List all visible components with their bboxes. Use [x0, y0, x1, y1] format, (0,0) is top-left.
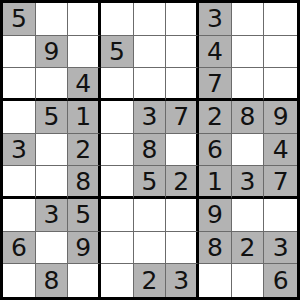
sudoku-given-cell-r5c3: 2 [68, 134, 101, 167]
sudoku-empty-cell-r3c4[interactable] [101, 68, 134, 101]
sudoku-empty-cell-r6c4[interactable] [101, 166, 134, 199]
sudoku-empty-cell-r9c8[interactable] [232, 264, 265, 297]
sudoku-given-cell-r8c8: 2 [232, 232, 265, 265]
sudoku-empty-cell-r7c6[interactable] [166, 199, 199, 232]
sudoku-given-cell-r7c7: 9 [199, 199, 232, 232]
sudoku-empty-cell-r3c2[interactable] [36, 68, 69, 101]
sudoku-given-cell-r2c4: 5 [101, 36, 134, 69]
sudoku-empty-cell-r8c5[interactable] [134, 232, 167, 265]
sudoku-given-cell-r6c8: 3 [232, 166, 265, 199]
sudoku-empty-cell-r5c4[interactable] [101, 134, 134, 167]
sudoku-empty-cell-r1c9[interactable] [264, 3, 297, 36]
sudoku-empty-cell-r5c6[interactable] [166, 134, 199, 167]
sudoku-given-cell-r6c3: 8 [68, 166, 101, 199]
sudoku-empty-cell-r7c5[interactable] [134, 199, 167, 232]
sudoku-given-cell-r4c6: 7 [166, 101, 199, 134]
sudoku-empty-cell-r8c2[interactable] [36, 232, 69, 265]
sudoku-empty-cell-r2c9[interactable] [264, 36, 297, 69]
sudoku-empty-cell-r1c5[interactable] [134, 3, 167, 36]
sudoku-empty-cell-r9c3[interactable] [68, 264, 101, 297]
sudoku-empty-cell-r7c9[interactable] [264, 199, 297, 232]
sudoku-given-cell-r7c2: 3 [36, 199, 69, 232]
sudoku-given-cell-r6c9: 7 [264, 166, 297, 199]
sudoku-given-cell-r4c3: 1 [68, 101, 101, 134]
sudoku-given-cell-r9c9: 6 [264, 264, 297, 297]
sudoku-empty-cell-r9c7[interactable] [199, 264, 232, 297]
sudoku-empty-cell-r2c5[interactable] [134, 36, 167, 69]
sudoku-given-cell-r9c5: 2 [134, 264, 167, 297]
sudoku-empty-cell-r4c4[interactable] [101, 101, 134, 134]
sudoku-given-cell-r2c2: 9 [36, 36, 69, 69]
sudoku-empty-cell-r5c2[interactable] [36, 134, 69, 167]
sudoku-empty-cell-r3c9[interactable] [264, 68, 297, 101]
sudoku-empty-cell-r7c8[interactable] [232, 199, 265, 232]
sudoku-given-cell-r1c1: 5 [3, 3, 36, 36]
sudoku-given-cell-r4c7: 2 [199, 101, 232, 134]
sudoku-empty-cell-r1c4[interactable] [101, 3, 134, 36]
sudoku-empty-cell-r1c6[interactable] [166, 3, 199, 36]
sudoku-empty-cell-r2c1[interactable] [3, 36, 36, 69]
sudoku-empty-cell-r2c8[interactable] [232, 36, 265, 69]
sudoku-empty-cell-r1c8[interactable] [232, 3, 265, 36]
sudoku-empty-cell-r7c1[interactable] [3, 199, 36, 232]
sudoku-empty-cell-r6c2[interactable] [36, 166, 69, 199]
sudoku-given-cell-r5c9: 4 [264, 134, 297, 167]
sudoku-given-cell-r2c7: 4 [199, 36, 232, 69]
sudoku-given-cell-r3c3: 4 [68, 68, 101, 101]
sudoku-empty-cell-r2c3[interactable] [68, 36, 101, 69]
sudoku-empty-cell-r1c3[interactable] [68, 3, 101, 36]
sudoku-empty-cell-r1c2[interactable] [36, 3, 69, 36]
sudoku-given-cell-r1c7: 3 [199, 3, 232, 36]
sudoku-given-cell-r4c9: 9 [264, 101, 297, 134]
sudoku-given-cell-r7c3: 5 [68, 199, 101, 232]
sudoku-given-cell-r5c7: 6 [199, 134, 232, 167]
sudoku-empty-cell-r3c6[interactable] [166, 68, 199, 101]
sudoku-empty-cell-r9c1[interactable] [3, 264, 36, 297]
sudoku-given-cell-r9c2: 8 [36, 264, 69, 297]
sudoku-empty-cell-r8c4[interactable] [101, 232, 134, 265]
sudoku-given-cell-r6c7: 1 [199, 166, 232, 199]
sudoku-empty-cell-r3c5[interactable] [134, 68, 167, 101]
sudoku-given-cell-r6c6: 2 [166, 166, 199, 199]
sudoku-empty-cell-r5c8[interactable] [232, 134, 265, 167]
sudoku-given-cell-r4c2: 5 [36, 101, 69, 134]
sudoku-given-cell-r8c7: 8 [199, 232, 232, 265]
sudoku-board: 5395447513728932864852137359698238236 [0, 0, 300, 300]
sudoku-empty-cell-r8c6[interactable] [166, 232, 199, 265]
sudoku-empty-cell-r2c6[interactable] [166, 36, 199, 69]
sudoku-empty-cell-r3c1[interactable] [3, 68, 36, 101]
sudoku-given-cell-r9c6: 3 [166, 264, 199, 297]
sudoku-empty-cell-r7c4[interactable] [101, 199, 134, 232]
sudoku-given-cell-r6c5: 5 [134, 166, 167, 199]
sudoku-given-cell-r5c5: 8 [134, 134, 167, 167]
sudoku-empty-cell-r9c4[interactable] [101, 264, 134, 297]
sudoku-given-cell-r4c5: 3 [134, 101, 167, 134]
sudoku-given-cell-r8c9: 3 [264, 232, 297, 265]
sudoku-given-cell-r8c3: 9 [68, 232, 101, 265]
sudoku-empty-cell-r6c1[interactable] [3, 166, 36, 199]
sudoku-given-cell-r8c1: 6 [3, 232, 36, 265]
sudoku-given-cell-r3c7: 7 [199, 68, 232, 101]
sudoku-given-cell-r4c8: 8 [232, 101, 265, 134]
sudoku-empty-cell-r3c8[interactable] [232, 68, 265, 101]
sudoku-given-cell-r5c1: 3 [3, 134, 36, 167]
sudoku-empty-cell-r4c1[interactable] [3, 101, 36, 134]
